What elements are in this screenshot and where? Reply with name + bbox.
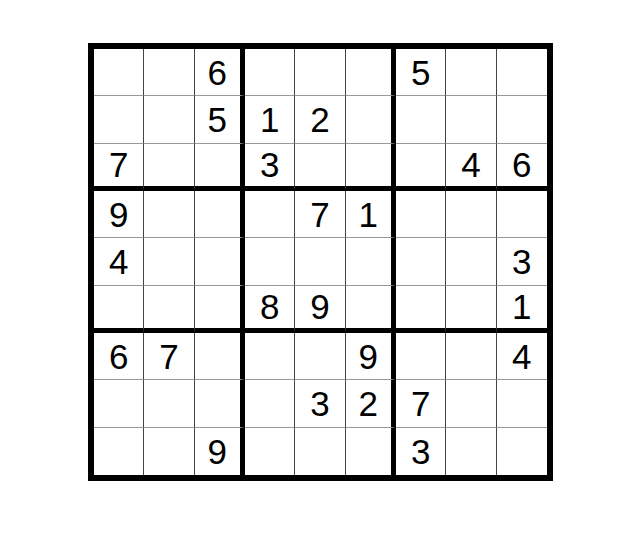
cell-r9c7[interactable]: 3 bbox=[396, 428, 446, 475]
cell-r9c8[interactable] bbox=[446, 428, 496, 475]
cell-r6c2[interactable] bbox=[144, 286, 194, 333]
cell-r7c3[interactable] bbox=[195, 333, 245, 380]
cell-r2c8[interactable] bbox=[446, 96, 496, 143]
cell-r2c6[interactable] bbox=[346, 96, 396, 143]
cell-r3c8[interactable]: 4 bbox=[446, 144, 496, 191]
cell-r9c4[interactable] bbox=[245, 428, 295, 475]
cell-r4c6[interactable]: 1 bbox=[346, 191, 396, 238]
cell-r6c6[interactable] bbox=[346, 286, 396, 333]
cell-r9c3[interactable]: 9 bbox=[195, 428, 245, 475]
cell-r7c5[interactable] bbox=[295, 333, 345, 380]
cell-r4c1[interactable]: 9 bbox=[94, 191, 144, 238]
cell-r1c8[interactable] bbox=[446, 49, 496, 96]
cell-r4c8[interactable] bbox=[446, 191, 496, 238]
cell-r6c1[interactable] bbox=[94, 286, 144, 333]
cell-r1c7[interactable]: 5 bbox=[396, 49, 446, 96]
cell-r2c9[interactable] bbox=[497, 96, 547, 143]
cell-r3c5[interactable] bbox=[295, 144, 345, 191]
cell-r4c9[interactable] bbox=[497, 191, 547, 238]
cell-r5c5[interactable] bbox=[295, 238, 345, 285]
cell-r6c8[interactable] bbox=[446, 286, 496, 333]
cell-r8c7[interactable]: 7 bbox=[396, 380, 446, 427]
cell-r7c8[interactable] bbox=[446, 333, 496, 380]
cell-r8c8[interactable] bbox=[446, 380, 496, 427]
cell-r5c7[interactable] bbox=[396, 238, 446, 285]
cell-r4c5[interactable]: 7 bbox=[295, 191, 345, 238]
cell-r3c3[interactable] bbox=[195, 144, 245, 191]
cell-r7c4[interactable] bbox=[245, 333, 295, 380]
cell-r7c2[interactable]: 7 bbox=[144, 333, 194, 380]
cell-r6c7[interactable] bbox=[396, 286, 446, 333]
cell-r7c7[interactable] bbox=[396, 333, 446, 380]
cell-r6c3[interactable] bbox=[195, 286, 245, 333]
cell-r7c1[interactable]: 6 bbox=[94, 333, 144, 380]
cell-r7c9[interactable]: 4 bbox=[497, 333, 547, 380]
cell-r9c1[interactable] bbox=[94, 428, 144, 475]
cell-r1c4[interactable] bbox=[245, 49, 295, 96]
cell-r8c4[interactable] bbox=[245, 380, 295, 427]
cell-r2c1[interactable] bbox=[94, 96, 144, 143]
cell-r8c3[interactable] bbox=[195, 380, 245, 427]
cell-r3c2[interactable] bbox=[144, 144, 194, 191]
cell-r3c4[interactable]: 3 bbox=[245, 144, 295, 191]
sudoku-board: 65512734697143891679432793 bbox=[88, 43, 553, 481]
cell-r2c5[interactable]: 2 bbox=[295, 96, 345, 143]
cell-r5c9[interactable]: 3 bbox=[497, 238, 547, 285]
cell-r9c6[interactable] bbox=[346, 428, 396, 475]
cell-r1c1[interactable] bbox=[94, 49, 144, 96]
cell-r5c6[interactable] bbox=[346, 238, 396, 285]
cell-r7c6[interactable]: 9 bbox=[346, 333, 396, 380]
cell-r4c3[interactable] bbox=[195, 191, 245, 238]
cell-r5c8[interactable] bbox=[446, 238, 496, 285]
cell-r1c3[interactable]: 6 bbox=[195, 49, 245, 96]
page-background: 65512734697143891679432793 bbox=[0, 0, 640, 540]
cell-r2c2[interactable] bbox=[144, 96, 194, 143]
cell-r1c5[interactable] bbox=[295, 49, 345, 96]
cell-r3c7[interactable] bbox=[396, 144, 446, 191]
cell-r9c9[interactable] bbox=[497, 428, 547, 475]
cell-r8c6[interactable]: 2 bbox=[346, 380, 396, 427]
cell-r5c4[interactable] bbox=[245, 238, 295, 285]
cell-r1c6[interactable] bbox=[346, 49, 396, 96]
cell-r4c4[interactable] bbox=[245, 191, 295, 238]
cell-r5c3[interactable] bbox=[195, 238, 245, 285]
cell-r3c9[interactable]: 6 bbox=[497, 144, 547, 191]
cell-r8c5[interactable]: 3 bbox=[295, 380, 345, 427]
cell-r2c3[interactable]: 5 bbox=[195, 96, 245, 143]
cell-r9c2[interactable] bbox=[144, 428, 194, 475]
cell-r4c2[interactable] bbox=[144, 191, 194, 238]
cell-r3c6[interactable] bbox=[346, 144, 396, 191]
cell-r6c4[interactable]: 8 bbox=[245, 286, 295, 333]
cell-r1c9[interactable] bbox=[497, 49, 547, 96]
cell-r2c4[interactable]: 1 bbox=[245, 96, 295, 143]
cell-r2c7[interactable] bbox=[396, 96, 446, 143]
cell-r9c5[interactable] bbox=[295, 428, 345, 475]
cell-r3c1[interactable]: 7 bbox=[94, 144, 144, 191]
cell-r5c2[interactable] bbox=[144, 238, 194, 285]
cell-r6c5[interactable]: 9 bbox=[295, 286, 345, 333]
cell-r8c1[interactable] bbox=[94, 380, 144, 427]
cell-r8c2[interactable] bbox=[144, 380, 194, 427]
cell-r6c9[interactable]: 1 bbox=[497, 286, 547, 333]
cell-r1c2[interactable] bbox=[144, 49, 194, 96]
cell-r4c7[interactable] bbox=[396, 191, 446, 238]
cell-r5c1[interactable]: 4 bbox=[94, 238, 144, 285]
cell-r8c9[interactable] bbox=[497, 380, 547, 427]
